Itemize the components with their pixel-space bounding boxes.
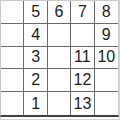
grid-cell-r3c2[interactable]: 3: [24, 47, 47, 70]
grid-cell-r2c1[interactable]: [1, 24, 24, 47]
grid-cell-r1c2[interactable]: 5: [24, 1, 47, 24]
grid-cell-r3c5[interactable]: 10: [95, 47, 118, 70]
grid-cell-r4c4[interactable]: 12: [71, 69, 94, 92]
grid-cell-r1c3[interactable]: 6: [48, 1, 71, 24]
grid-cell-r5c3[interactable]: [48, 92, 71, 115]
grid-cell-r5c5[interactable]: [95, 92, 118, 115]
grid-cell-r2c4[interactable]: [71, 24, 94, 47]
grid-cell-r4c5[interactable]: [95, 69, 118, 92]
grid-cell-r3c1[interactable]: [1, 47, 24, 70]
grid-cell-r3c4[interactable]: 11: [71, 47, 94, 70]
grid-cell-r4c2[interactable]: 2: [24, 69, 47, 92]
grid-cell-r4c3[interactable]: [48, 69, 71, 92]
grid-cell-r3c3[interactable]: [48, 47, 71, 70]
grid-cell-r1c1[interactable]: [1, 1, 24, 24]
grid-cell-r5c4[interactable]: 13: [71, 92, 94, 115]
puzzle-board: 56784931110212113: [0, 0, 119, 117]
grid-cell-r2c5[interactable]: 9: [95, 24, 118, 47]
grid-cell-r4c1[interactable]: [1, 69, 24, 92]
grid-cell-r1c4[interactable]: 7: [71, 1, 94, 24]
grid-cell-r5c2[interactable]: 1: [24, 92, 47, 115]
grid-cell-r1c5[interactable]: 8: [95, 1, 118, 24]
screenshot-frame: 56784931110212113: [0, 0, 120, 120]
grid-cell-r2c2[interactable]: 4: [24, 24, 47, 47]
grid-cell-r2c3[interactable]: [48, 24, 71, 47]
grid-cell-r5c1[interactable]: [1, 92, 24, 115]
